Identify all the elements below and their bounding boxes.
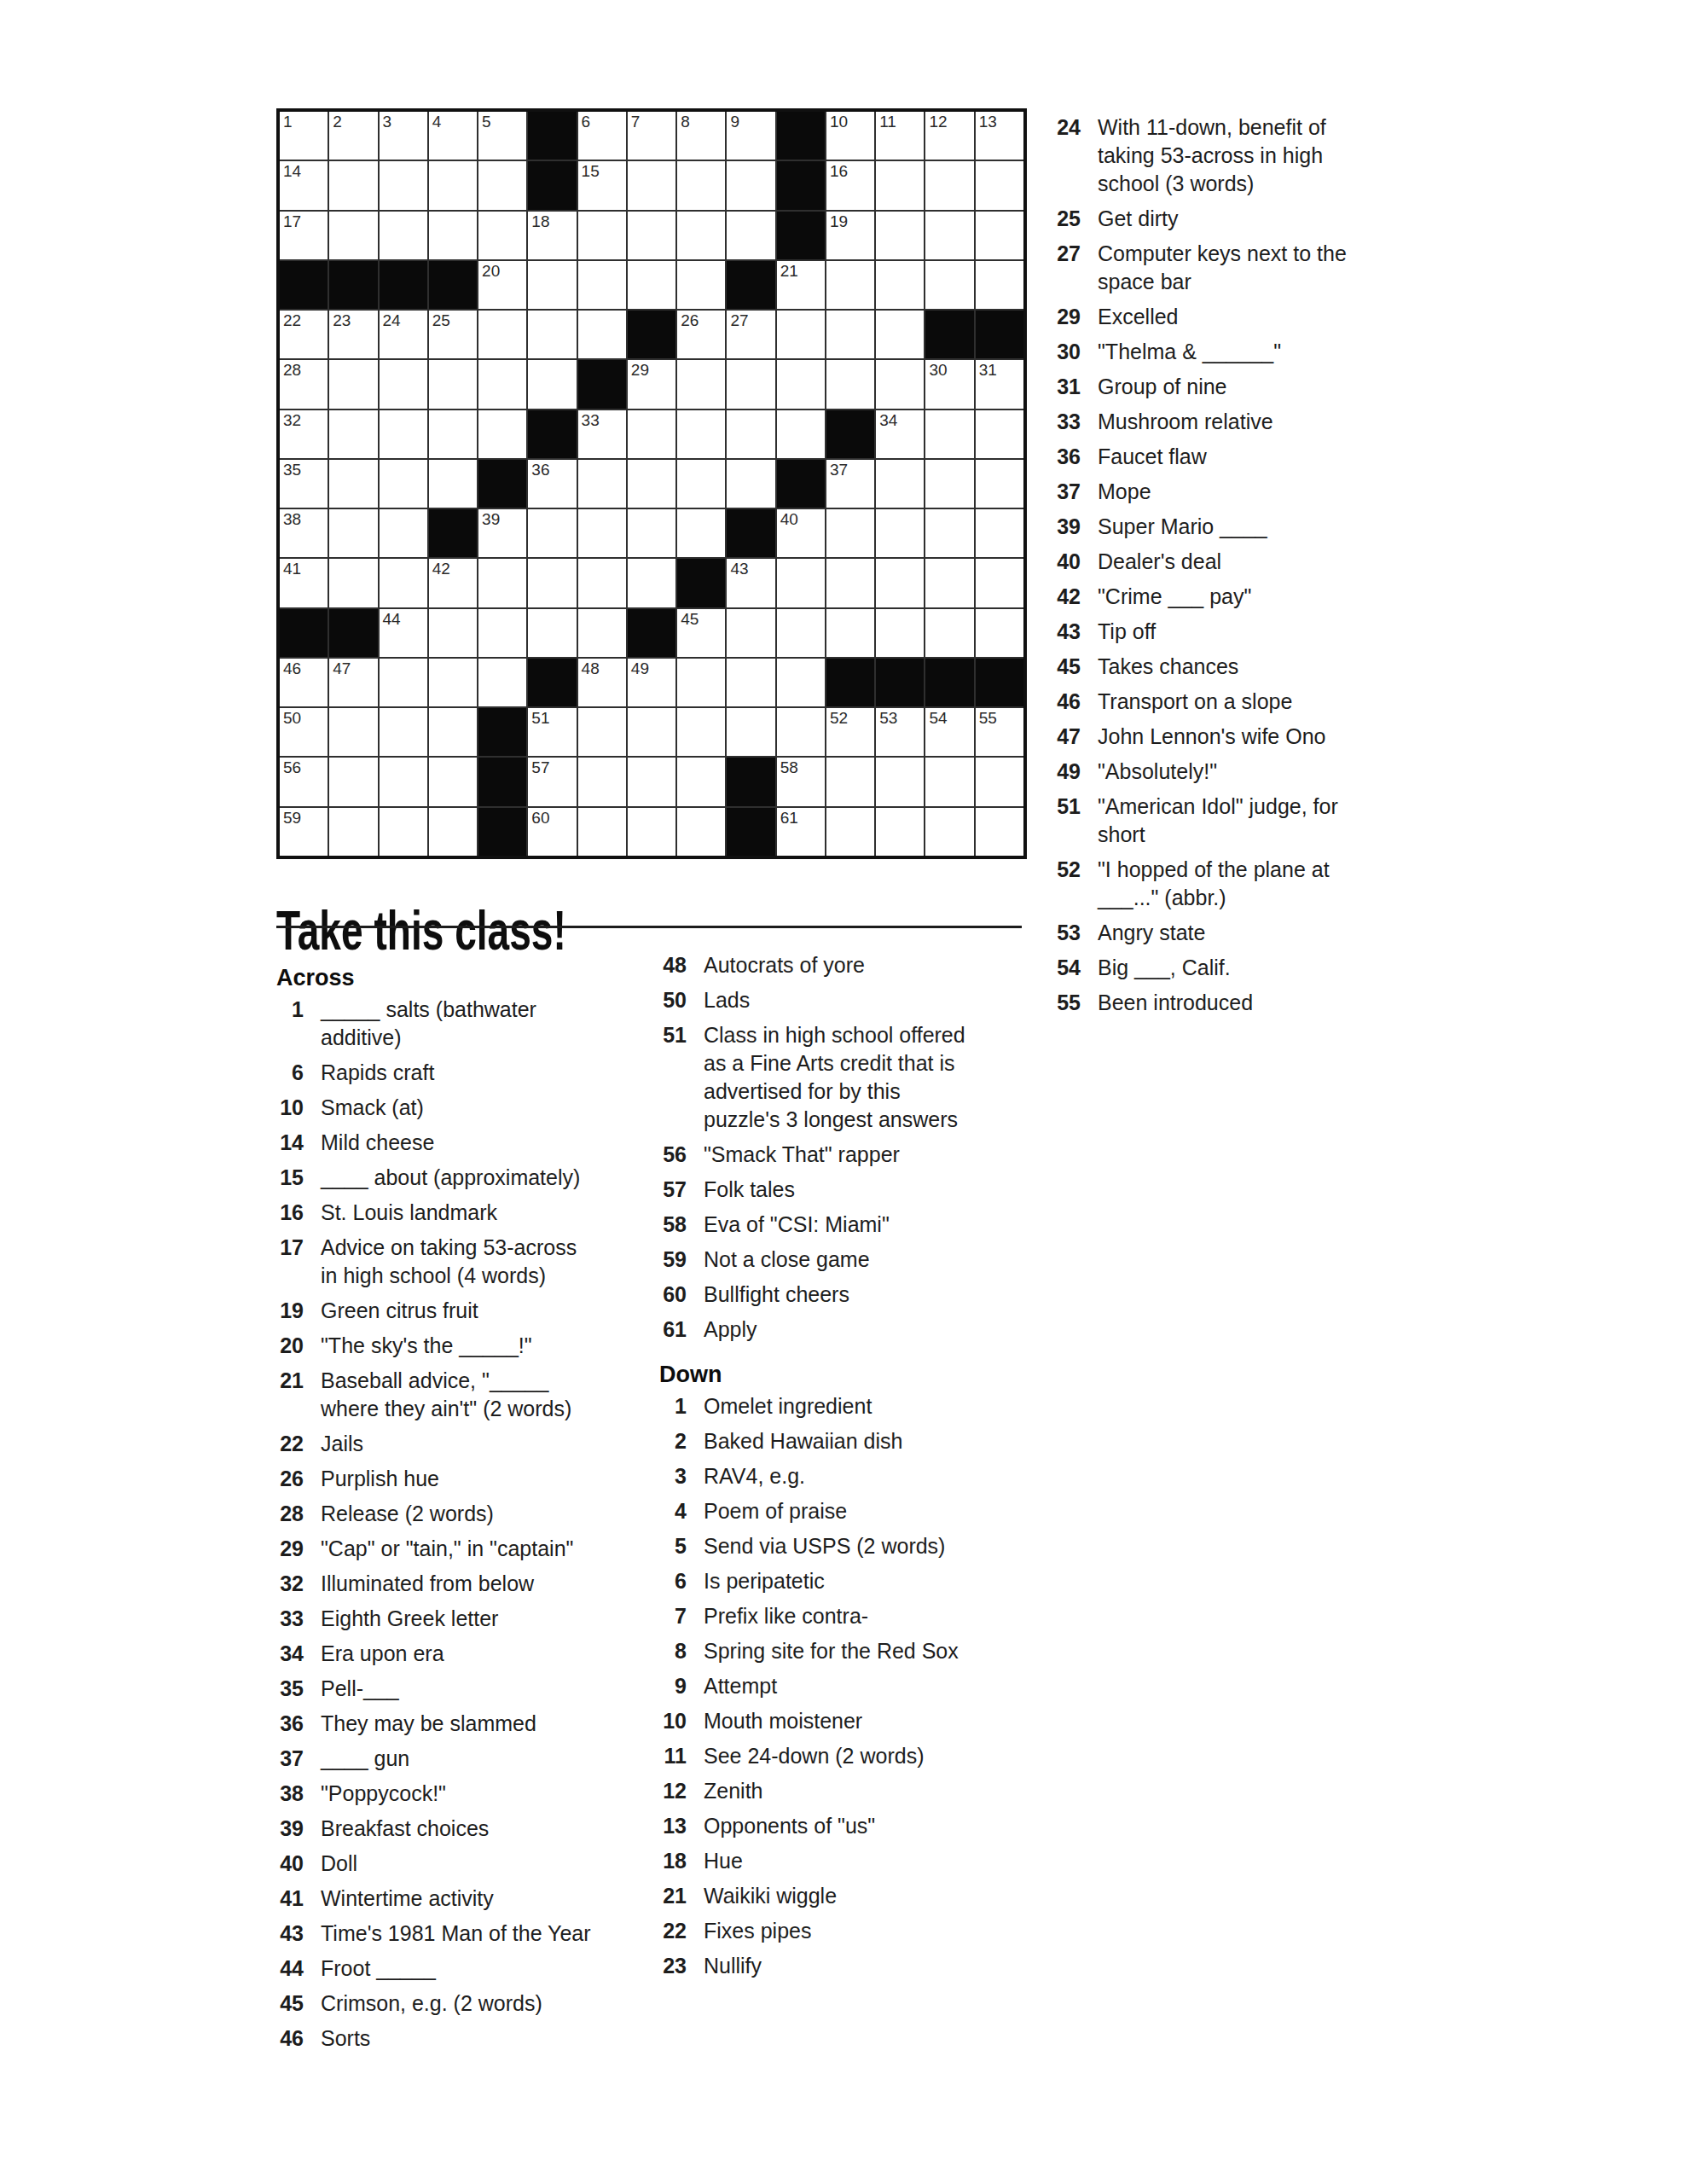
clue-text: Fixes pipes: [704, 1917, 978, 1945]
grid-cell[interactable]: [429, 708, 477, 756]
cell-number: 56: [283, 759, 301, 775]
grid-cell[interactable]: 28: [280, 360, 328, 408]
grid-cell[interactable]: 47: [329, 659, 377, 706]
grid-cell[interactable]: [777, 410, 825, 458]
grid-cell[interactable]: [925, 509, 973, 557]
grid-cell[interactable]: [380, 659, 427, 706]
cell-number: 5: [482, 113, 491, 130]
across-clue-39: 39Breakfast choices: [276, 1815, 643, 1843]
grid-cell[interactable]: [528, 559, 576, 607]
grid-cell[interactable]: [380, 808, 427, 856]
clue-text: "Poppycock!": [321, 1780, 596, 1808]
clue-text: Class in high school offered as a Fine A…: [704, 1021, 978, 1134]
clue-text: Spring site for the Red Sox: [704, 1637, 978, 1665]
cell-number: 54: [929, 710, 947, 726]
grid-cell[interactable]: [429, 758, 477, 805]
grid-cell[interactable]: [628, 708, 675, 756]
grid-cell[interactable]: [876, 509, 924, 557]
clue-text: Zenith: [704, 1777, 978, 1805]
grid-cell[interactable]: [380, 758, 427, 805]
black-cell: [677, 559, 725, 607]
grid-cell[interactable]: 21: [777, 261, 825, 309]
down-clue-2: 2Baked Hawaiian dish: [659, 1427, 1017, 1455]
grid-cell[interactable]: [925, 808, 973, 856]
grid-cell[interactable]: 42: [429, 559, 477, 607]
grid-cell[interactable]: [628, 161, 675, 209]
grid-cell[interactable]: [876, 161, 924, 209]
across-clue-16: 16St. Louis landmark: [276, 1199, 643, 1227]
grid-cell[interactable]: [727, 708, 774, 756]
clue-number: 6: [659, 1567, 687, 1595]
grid-cell[interactable]: [876, 360, 924, 408]
grid-cell[interactable]: [925, 758, 973, 805]
grid-cell[interactable]: 38: [280, 509, 328, 557]
clue-number: 2: [659, 1427, 687, 1455]
grid-cell[interactable]: [677, 360, 725, 408]
cell-number: 10: [830, 113, 848, 130]
grid-cell[interactable]: [429, 360, 477, 408]
grid-cell[interactable]: [976, 808, 1023, 856]
clue-number: 61: [659, 1316, 687, 1344]
cell-number: 15: [582, 163, 600, 179]
grid-cell[interactable]: [677, 758, 725, 805]
clue-number: 33: [276, 1605, 304, 1633]
cell-number: 31: [979, 362, 997, 378]
grid-cell[interactable]: [677, 808, 725, 856]
down-clue-4: 4Poem of praise: [659, 1497, 1017, 1525]
clue-number: 21: [659, 1882, 687, 1910]
clue-number: 37: [1053, 478, 1081, 506]
clue-text: Folk tales: [704, 1176, 978, 1204]
grid-cell[interactable]: 57: [528, 758, 576, 805]
grid-cell[interactable]: 45: [677, 609, 725, 657]
grid-cell[interactable]: 4: [429, 112, 477, 160]
crossword-grid[interactable]: 1234567891011121314151617181920212223242…: [276, 108, 1027, 859]
grid-cell[interactable]: 5: [478, 112, 526, 160]
grid-cell[interactable]: [528, 609, 576, 657]
clue-text: Opponents of "us": [704, 1812, 978, 1840]
grid-cell[interactable]: 52: [826, 708, 874, 756]
black-cell: [925, 311, 973, 358]
grid-cell[interactable]: [478, 212, 526, 259]
grid-cell[interactable]: [677, 261, 725, 309]
grid-cell[interactable]: 22: [280, 311, 328, 358]
grid-cell[interactable]: 58: [777, 758, 825, 805]
grid-cell[interactable]: [478, 410, 526, 458]
grid-cell[interactable]: [925, 261, 973, 309]
grid-cell[interactable]: [429, 609, 477, 657]
grid-cell[interactable]: 29: [628, 360, 675, 408]
grid-cell[interactable]: [578, 509, 626, 557]
black-cell: [528, 410, 576, 458]
grid-cell[interactable]: [478, 311, 526, 358]
black-cell: [826, 659, 874, 706]
grid-cell[interactable]: [478, 360, 526, 408]
clue-text: Mushroom relative: [1098, 408, 1388, 436]
grid-cell[interactable]: [826, 311, 874, 358]
grid-cell[interactable]: [876, 758, 924, 805]
cell-number: 55: [979, 710, 997, 726]
grid-cell[interactable]: [826, 609, 874, 657]
clue-text: Breakfast choices: [321, 1815, 596, 1843]
across-clue-28: 28Release (2 words): [276, 1500, 643, 1528]
cell-number: 57: [531, 759, 549, 775]
grid-cell[interactable]: 2: [329, 112, 377, 160]
grid-cell[interactable]: [429, 161, 477, 209]
grid-cell[interactable]: 40: [777, 509, 825, 557]
grid-cell[interactable]: [478, 161, 526, 209]
down-clue-10: 10Mouth moistener: [659, 1707, 1017, 1735]
grid-cell[interactable]: [429, 460, 477, 508]
grid-cell[interactable]: 1: [280, 112, 328, 160]
grid-cell[interactable]: [925, 410, 973, 458]
down-clue-24: 24With 11-down, benefit of taking 53-acr…: [1053, 113, 1412, 198]
grid-cell[interactable]: [976, 261, 1023, 309]
down-clue-9: 9Attempt: [659, 1672, 1017, 1700]
grid-cell[interactable]: [478, 659, 526, 706]
grid-cell[interactable]: [976, 559, 1023, 607]
grid-cell[interactable]: [777, 360, 825, 408]
cell-number: 47: [333, 660, 351, 677]
cell-number: 30: [929, 362, 947, 378]
cell-number: 13: [979, 113, 997, 130]
puzzle-title: Take this class!: [276, 903, 566, 958]
cell-number: 28: [283, 362, 301, 378]
grid-cell[interactable]: [777, 708, 825, 756]
black-cell: [727, 758, 774, 805]
grid-cell[interactable]: [478, 559, 526, 607]
grid-cell[interactable]: [329, 360, 377, 408]
grid-cell[interactable]: [329, 161, 377, 209]
grid-cell[interactable]: [578, 559, 626, 607]
grid-cell[interactable]: [826, 758, 874, 805]
grid-cell[interactable]: [727, 659, 774, 706]
grid-cell[interactable]: [380, 212, 427, 259]
black-cell: [628, 311, 675, 358]
grid-cell[interactable]: 30: [925, 360, 973, 408]
grid-cell[interactable]: 12: [925, 112, 973, 160]
clue-text: "Absolutely!": [1098, 758, 1388, 786]
grid-cell[interactable]: [429, 808, 477, 856]
grid-cell[interactable]: [727, 460, 774, 508]
grid-cell[interactable]: [876, 261, 924, 309]
grid-cell[interactable]: [976, 609, 1023, 657]
grid-cell[interactable]: [578, 609, 626, 657]
grid-cell[interactable]: 43: [727, 559, 774, 607]
grid-cell[interactable]: [976, 161, 1023, 209]
cell-number: 59: [283, 810, 301, 826]
grid-cell[interactable]: [528, 261, 576, 309]
grid-cell[interactable]: [628, 509, 675, 557]
grid-cell[interactable]: 44: [380, 609, 427, 657]
clue-number: 50: [659, 986, 687, 1014]
grid-cell[interactable]: [826, 261, 874, 309]
grid-cell[interactable]: [976, 410, 1023, 458]
grid-cell[interactable]: 60: [528, 808, 576, 856]
black-cell: [528, 112, 576, 160]
grid-cell[interactable]: 39: [478, 509, 526, 557]
grid-cell[interactable]: 24: [380, 311, 427, 358]
grid-cell[interactable]: [925, 559, 973, 607]
grid-cell[interactable]: [976, 212, 1023, 259]
clue-text: Mild cheese: [321, 1129, 596, 1157]
clue-number: 29: [276, 1535, 304, 1563]
cell-number: 27: [730, 312, 748, 328]
clue-number: 49: [1053, 758, 1081, 786]
clue-text: Tip off: [1098, 618, 1388, 646]
grid-cell[interactable]: [677, 708, 725, 756]
grid-cell[interactable]: [925, 161, 973, 209]
grid-cell[interactable]: 18: [528, 212, 576, 259]
grid-cell[interactable]: [876, 609, 924, 657]
grid-cell[interactable]: [976, 460, 1023, 508]
cell-number: 32: [283, 412, 301, 428]
cell-number: 22: [283, 312, 301, 328]
grid-cell[interactable]: 35: [280, 460, 328, 508]
grid-cell[interactable]: 14: [280, 161, 328, 209]
grid-cell[interactable]: [628, 460, 675, 508]
grid-cell[interactable]: 49: [628, 659, 675, 706]
grid-cell[interactable]: [777, 311, 825, 358]
grid-cell[interactable]: [826, 509, 874, 557]
grid-cell[interactable]: [380, 360, 427, 408]
grid-cell[interactable]: [578, 460, 626, 508]
cell-number: 12: [929, 113, 947, 130]
clue-text: Green citrus fruit: [321, 1297, 596, 1325]
cell-number: 35: [283, 462, 301, 478]
grid-cell[interactable]: [329, 758, 377, 805]
grid-cell[interactable]: 37: [826, 460, 874, 508]
clue-text: See 24-down (2 words): [704, 1742, 978, 1770]
grid-cell[interactable]: [677, 212, 725, 259]
grid-cell[interactable]: 23: [329, 311, 377, 358]
across-clue-60: 60Bullfight cheers: [659, 1281, 1017, 1309]
across-header: Across: [276, 964, 643, 992]
grid-cell[interactable]: [727, 212, 774, 259]
grid-cell[interactable]: [925, 460, 973, 508]
clue-number: 57: [659, 1176, 687, 1204]
clue-text: John Lennon's wife Ono: [1098, 723, 1388, 751]
grid-cell[interactable]: [727, 360, 774, 408]
grid-cell[interactable]: [329, 708, 377, 756]
grid-cell[interactable]: [380, 410, 427, 458]
grid-cell[interactable]: [876, 311, 924, 358]
grid-cell[interactable]: [925, 609, 973, 657]
grid-cell[interactable]: [777, 609, 825, 657]
grid-cell[interactable]: 51: [528, 708, 576, 756]
clue-text: Doll: [321, 1850, 596, 1878]
grid-cell[interactable]: [329, 509, 377, 557]
grid-cell[interactable]: [329, 808, 377, 856]
grid-cell[interactable]: [677, 460, 725, 508]
grid-cell[interactable]: 13: [976, 112, 1023, 160]
grid-cell[interactable]: 20: [478, 261, 526, 309]
grid-cell[interactable]: [429, 410, 477, 458]
clue-text: Illuminated from below: [321, 1570, 596, 1598]
cell-number: 38: [283, 511, 301, 527]
across-clue-45: 45Crimson, e.g. (2 words): [276, 1989, 643, 2018]
grid-cell[interactable]: 3: [380, 112, 427, 160]
clue-text: "The sky's the _____!": [321, 1332, 596, 1360]
black-cell: [380, 261, 427, 309]
grid-cell[interactable]: [826, 360, 874, 408]
grid-cell[interactable]: [727, 161, 774, 209]
grid-cell[interactable]: [329, 212, 377, 259]
grid-cell[interactable]: 9: [727, 112, 774, 160]
black-cell: [429, 261, 477, 309]
down-clue-30: 30"Thelma & ______": [1053, 338, 1412, 366]
grid-cell[interactable]: [826, 559, 874, 607]
grid-cell[interactable]: [380, 509, 427, 557]
clue-number: 44: [276, 1955, 304, 1983]
grid-cell[interactable]: 17: [280, 212, 328, 259]
grid-cell[interactable]: 54: [925, 708, 973, 756]
grid-cell[interactable]: 15: [578, 161, 626, 209]
clue-text: Poem of praise: [704, 1497, 978, 1525]
grid-cell[interactable]: 61: [777, 808, 825, 856]
grid-cell[interactable]: 46: [280, 659, 328, 706]
grid-cell[interactable]: 55: [976, 708, 1023, 756]
grid-cell[interactable]: [380, 460, 427, 508]
grid-cell[interactable]: [578, 311, 626, 358]
across-clue-58: 58Eva of "CSI: Miami": [659, 1211, 1017, 1239]
clue-number: 45: [1053, 653, 1081, 681]
black-cell: [528, 161, 576, 209]
cell-number: 33: [582, 412, 600, 428]
grid-cell[interactable]: [329, 559, 377, 607]
grid-cell[interactable]: [677, 410, 725, 458]
grid-cell[interactable]: [826, 808, 874, 856]
grid-cell[interactable]: [677, 509, 725, 557]
grid-cell[interactable]: [876, 212, 924, 259]
grid-cell[interactable]: [976, 758, 1023, 805]
grid-cell[interactable]: 33: [578, 410, 626, 458]
grid-cell[interactable]: 25: [429, 311, 477, 358]
grid-cell[interactable]: 19: [826, 212, 874, 259]
grid-cell[interactable]: 8: [677, 112, 725, 160]
grid-cell[interactable]: [628, 261, 675, 309]
down-clue-list-1: 1Omelet ingredient2Baked Hawaiian dish3R…: [659, 1392, 1017, 1980]
grid-cell[interactable]: 36: [528, 460, 576, 508]
grid-cell[interactable]: 11: [876, 112, 924, 160]
grid-cell[interactable]: [380, 708, 427, 756]
grid-cell[interactable]: [578, 212, 626, 259]
grid-cell[interactable]: [925, 212, 973, 259]
grid-cell[interactable]: [528, 311, 576, 358]
grid-cell[interactable]: [677, 161, 725, 209]
grid-cell[interactable]: [478, 609, 526, 657]
grid-cell[interactable]: [380, 559, 427, 607]
grid-cell[interactable]: [329, 460, 377, 508]
cell-number: 25: [432, 312, 450, 328]
across-clue-1: 1_____ salts (bathwater additive): [276, 996, 643, 1052]
grid-cell[interactable]: [628, 758, 675, 805]
black-cell: [976, 311, 1023, 358]
down-clue-7: 7Prefix like contra-: [659, 1602, 1017, 1630]
clue-number: 24: [1053, 113, 1081, 198]
grid-cell[interactable]: 34: [876, 410, 924, 458]
clue-number: 46: [276, 2024, 304, 2053]
grid-cell[interactable]: [528, 509, 576, 557]
grid-cell[interactable]: 27: [727, 311, 774, 358]
across-clue-46: 46Sorts: [276, 2024, 643, 2053]
grid-cell[interactable]: [578, 808, 626, 856]
grid-cell[interactable]: 59: [280, 808, 328, 856]
grid-cell[interactable]: [727, 609, 774, 657]
grid-cell[interactable]: 56: [280, 758, 328, 805]
black-cell: [727, 509, 774, 557]
clue-number: 40: [1053, 548, 1081, 576]
cell-number: 20: [482, 263, 500, 279]
grid-cell[interactable]: 53: [876, 708, 924, 756]
clue-text: Crimson, e.g. (2 words): [321, 1989, 596, 2018]
grid-cell[interactable]: [976, 509, 1023, 557]
grid-cell[interactable]: [578, 261, 626, 309]
clue-text: Autocrats of yore: [704, 951, 978, 979]
grid-cell[interactable]: [429, 659, 477, 706]
clue-text: Eighth Greek letter: [321, 1605, 596, 1633]
down-clue-11: 11See 24-down (2 words): [659, 1742, 1017, 1770]
clue-text: Purplish hue: [321, 1465, 596, 1493]
grid-cell[interactable]: [628, 410, 675, 458]
cell-number: 44: [383, 611, 401, 627]
black-cell: [478, 460, 526, 508]
down-clue-46: 46Transport on a slope: [1053, 688, 1412, 716]
clue-text: "Smack That" rapper: [704, 1141, 978, 1169]
grid-cell[interactable]: 26: [677, 311, 725, 358]
grid-cell[interactable]: [727, 410, 774, 458]
grid-cell[interactable]: [876, 559, 924, 607]
grid-cell[interactable]: [578, 708, 626, 756]
black-cell: [777, 460, 825, 508]
black-cell: [777, 212, 825, 259]
grid-cell[interactable]: 31: [976, 360, 1023, 408]
grid-cell[interactable]: [628, 212, 675, 259]
clue-text: Dealer's deal: [1098, 548, 1388, 576]
grid-cell[interactable]: [628, 559, 675, 607]
clue-text: Send via USPS (2 words): [704, 1532, 978, 1560]
grid-cell[interactable]: [677, 659, 725, 706]
black-cell: [628, 609, 675, 657]
grid-cell[interactable]: [429, 212, 477, 259]
down-clue-40: 40Dealer's deal: [1053, 548, 1412, 576]
grid-cell[interactable]: 32: [280, 410, 328, 458]
grid-cell[interactable]: 50: [280, 708, 328, 756]
grid-cell[interactable]: [329, 410, 377, 458]
grid-cell[interactable]: 10: [826, 112, 874, 160]
clue-text: "Cap" or "tain," in "captain": [321, 1535, 596, 1563]
grid-cell[interactable]: 48: [578, 659, 626, 706]
grid-cell[interactable]: 7: [628, 112, 675, 160]
clue-number: 21: [276, 1367, 304, 1423]
grid-cell[interactable]: [528, 360, 576, 408]
grid-cell[interactable]: [578, 758, 626, 805]
grid-cell[interactable]: 6: [578, 112, 626, 160]
grid-cell[interactable]: [380, 161, 427, 209]
clue-text: Baseball advice, "_____ where they ain't…: [321, 1367, 596, 1423]
across-clue-15: 15____ about (approximately): [276, 1164, 643, 1192]
grid-cell[interactable]: 41: [280, 559, 328, 607]
grid-cell[interactable]: 16: [826, 161, 874, 209]
grid-cell[interactable]: [876, 808, 924, 856]
grid-cell[interactable]: [777, 659, 825, 706]
grid-cell[interactable]: [777, 559, 825, 607]
grid-cell[interactable]: [876, 460, 924, 508]
across-clue-10: 10Smack (at): [276, 1094, 643, 1122]
grid-cell[interactable]: [628, 808, 675, 856]
black-cell: [429, 509, 477, 557]
across-clue-34: 34Era upon era: [276, 1640, 643, 1668]
